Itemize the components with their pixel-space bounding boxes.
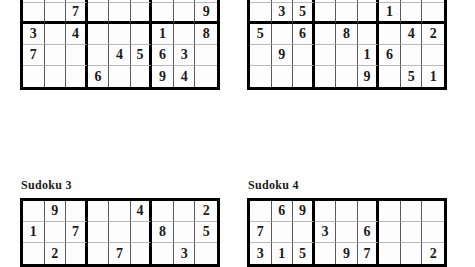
sudoku-4-cell-r3c2: 1 — [272, 243, 294, 264]
sudoku-top-left-cell-r9c7: 9 — [152, 66, 174, 87]
sudoku-4-cell-r1c7 — [379, 201, 401, 222]
sudoku-top-left-cell-r8c8: 3 — [174, 45, 196, 66]
sudoku-top-right-cell-r9c9: 1 — [422, 66, 444, 87]
sudoku-4-cell-r3c6: 7 — [358, 243, 380, 264]
sudoku-3-cell-r1c5 — [109, 201, 131, 222]
sudoku-top-left-cell-r6c5 — [109, 3, 131, 24]
sudoku-3-cell-r3c8: 3 — [174, 243, 196, 264]
sudoku-3-cell-r1c8 — [174, 201, 196, 222]
sudoku-grid-top-right: 35156842916951 — [247, 0, 447, 90]
sudoku-3-cell-r2c7: 8 — [152, 222, 174, 243]
sudoku-top-left-cell-r8c1: 7 — [23, 45, 45, 66]
sudoku-top-left-cell-r9c3 — [66, 66, 88, 87]
sudoku-top-right-cell-r7c4 — [315, 24, 337, 45]
sudoku-top-left-cell-r7c4 — [88, 24, 110, 45]
sudoku-3-cell-r1c4 — [88, 201, 110, 222]
sudoku-4-cell-r2c3 — [293, 222, 315, 243]
sudoku-print-sheet: 79341874563694 35156842916951 Sudoku 3 S… — [0, 0, 475, 267]
sudoku-4-cell-r2c1: 7 — [250, 222, 272, 243]
sudoku-3-cell-r2c8 — [174, 222, 196, 243]
sudoku-4-cell-r3c3: 5 — [293, 243, 315, 264]
sudoku-top-left-cell-r9c8: 4 — [174, 66, 196, 87]
sudoku-4-cell-r1c5 — [336, 201, 358, 222]
sudoku-top-right-cell-r7c1: 5 — [250, 24, 272, 45]
sudoku-top-right-cell-r6c4 — [315, 3, 337, 24]
sudoku-top-left-cell-r8c4 — [88, 45, 110, 66]
sudoku-top-right-cell-r7c9: 2 — [422, 24, 444, 45]
sudoku-4-cell-r2c4: 3 — [315, 222, 337, 243]
sudoku-top-right-cell-r6c1 — [250, 3, 272, 24]
sudoku-top-right-cell-r6c5 — [336, 3, 358, 24]
sudoku-top-right-cell-r9c3 — [293, 66, 315, 87]
sudoku-top-right-cell-r9c4 — [315, 66, 337, 87]
sudoku-top-right-cell-r9c7 — [379, 66, 401, 87]
sudoku-top-right-cell-r7c6 — [358, 24, 380, 45]
sudoku-4-cell-r1c8 — [401, 201, 423, 222]
sudoku-top-left-cell-r7c2 — [45, 24, 67, 45]
sudoku-top-left-cell-r6c7 — [152, 3, 174, 24]
sudoku-3-cell-r3c1 — [23, 243, 45, 264]
sudoku-4-cell-r2c2 — [272, 222, 294, 243]
sudoku-top-right-cell-r9c5 — [336, 66, 358, 87]
sudoku-3-cell-r2c9: 5 — [195, 222, 217, 243]
sudoku-3-label: Sudoku 3 — [21, 178, 72, 193]
sudoku-top-right-cell-r9c8: 5 — [401, 66, 423, 87]
sudoku-3-cell-r2c2 — [45, 222, 67, 243]
sudoku-3-cell-r3c6 — [131, 243, 153, 264]
sudoku-top-right-cell-r7c3: 6 — [293, 24, 315, 45]
sudoku-3-cell-r3c7 — [152, 243, 174, 264]
sudoku-top-left-cell-r6c8 — [174, 3, 196, 24]
sudoku-3-cell-r3c3 — [66, 243, 88, 264]
sudoku-top-right-cell-r7c5: 8 — [336, 24, 358, 45]
sudoku-top-right-cell-r7c8: 4 — [401, 24, 423, 45]
sudoku-4-cell-r2c5 — [336, 222, 358, 243]
sudoku-top-right-cell-r8c4 — [315, 45, 337, 66]
sudoku-top-left-cell-r6c3: 7 — [66, 3, 88, 24]
sudoku-top-right-cell-r8c8 — [401, 45, 423, 66]
sudoku-top-left-cell-r8c3 — [66, 45, 88, 66]
sudoku-top-right-cell-r6c6 — [358, 3, 380, 24]
sudoku-4-cell-r1c1 — [250, 201, 272, 222]
sudoku-top-left-cell-r9c1 — [23, 66, 45, 87]
sudoku-top-right-cell-r9c1 — [250, 66, 272, 87]
sudoku-4-cell-r2c6: 6 — [358, 222, 380, 243]
sudoku-3-cell-r1c7 — [152, 201, 174, 222]
sudoku-4-cell-r1c2: 6 — [272, 201, 294, 222]
sudoku-3-cell-r3c4 — [88, 243, 110, 264]
sudoku-3-cell-r2c1: 1 — [23, 222, 45, 243]
sudoku-top-left-cell-r7c8 — [174, 24, 196, 45]
sudoku-top-left-cell-r6c6 — [131, 3, 153, 24]
sudoku-4-cell-r2c9 — [422, 222, 444, 243]
sudoku-top-left-cell-r7c7: 1 — [152, 24, 174, 45]
sudoku-3-cell-r2c4 — [88, 222, 110, 243]
sudoku-top-left-cell-r7c5 — [109, 24, 131, 45]
sudoku-4-cell-r1c9 — [422, 201, 444, 222]
sudoku-top-left-cell-r9c2 — [45, 66, 67, 87]
sudoku-grid-3: 9421785273 — [20, 198, 220, 267]
sudoku-3-cell-r1c3 — [66, 201, 88, 222]
sudoku-top-right-cell-r6c7: 1 — [379, 3, 401, 24]
sudoku-top-right-cell-r7c2 — [272, 24, 294, 45]
sudoku-top-left-cell-r6c9: 9 — [195, 3, 217, 24]
sudoku-top-right-cell-r9c2 — [272, 66, 294, 87]
sudoku-top-left-cell-r6c4 — [88, 3, 110, 24]
sudoku-4-cell-r3c9: 2 — [422, 243, 444, 264]
sudoku-4-cell-r1c3: 9 — [293, 201, 315, 222]
sudoku-top-right-cell-r6c2: 3 — [272, 3, 294, 24]
sudoku-top-left-cell-r8c9 — [195, 45, 217, 66]
sudoku-3-cell-r2c3: 7 — [66, 222, 88, 243]
sudoku-3-cell-r3c5: 7 — [109, 243, 131, 264]
sudoku-top-left-cell-r8c7: 6 — [152, 45, 174, 66]
sudoku-3-cell-r1c6: 4 — [131, 201, 153, 222]
sudoku-4-cell-r2c8 — [401, 222, 423, 243]
sudoku-top-left-cell-r7c6 — [131, 24, 153, 45]
sudoku-top-right-cell-r8c9 — [422, 45, 444, 66]
sudoku-top-left-cell-r9c6 — [131, 66, 153, 87]
sudoku-4-cell-r2c7 — [379, 222, 401, 243]
sudoku-top-left-cell-r7c3: 4 — [66, 24, 88, 45]
sudoku-3-cell-r1c1 — [23, 201, 45, 222]
sudoku-top-right-cell-r8c5 — [336, 45, 358, 66]
sudoku-top-right-cell-r8c3 — [293, 45, 315, 66]
sudoku-top-left-cell-r6c2 — [45, 3, 67, 24]
sudoku-top-right-cell-r6c9 — [422, 3, 444, 24]
sudoku-top-right-cell-r8c2: 9 — [272, 45, 294, 66]
sudoku-top-left-cell-r6c1 — [23, 3, 45, 24]
sudoku-top-right-cell-r7c7 — [379, 24, 401, 45]
sudoku-4-cell-r3c8 — [401, 243, 423, 264]
sudoku-top-left-cell-r7c9: 8 — [195, 24, 217, 45]
sudoku-4-cell-r3c4 — [315, 243, 337, 264]
sudoku-top-right-cell-r6c8 — [401, 3, 423, 24]
sudoku-top-right-cell-r8c1 — [250, 45, 272, 66]
sudoku-3-cell-r1c9: 2 — [195, 201, 217, 222]
sudoku-top-left-cell-r9c4: 6 — [88, 66, 110, 87]
sudoku-3-cell-r2c5 — [109, 222, 131, 243]
sudoku-4-cell-r3c1: 3 — [250, 243, 272, 264]
sudoku-4-cell-r1c6 — [358, 201, 380, 222]
sudoku-top-left-cell-r7c1: 3 — [23, 24, 45, 45]
sudoku-3-cell-r2c6 — [131, 222, 153, 243]
sudoku-top-right-cell-r9c6: 9 — [358, 66, 380, 87]
sudoku-top-left-cell-r8c6: 5 — [131, 45, 153, 66]
sudoku-4-cell-r3c7 — [379, 243, 401, 264]
sudoku-top-left-cell-r8c2 — [45, 45, 67, 66]
sudoku-top-left-cell-r9c9 — [195, 66, 217, 87]
sudoku-grid-top-left: 79341874563694 — [20, 0, 220, 90]
sudoku-top-right-cell-r8c7: 6 — [379, 45, 401, 66]
sudoku-top-left-cell-r8c5: 4 — [109, 45, 131, 66]
sudoku-4-cell-r1c4 — [315, 201, 337, 222]
sudoku-grid-4: 69736315972 — [247, 198, 447, 267]
sudoku-4-cell-r3c5: 9 — [336, 243, 358, 264]
sudoku-top-left-cell-r9c5 — [109, 66, 131, 87]
sudoku-4-label: Sudoku 4 — [248, 178, 299, 193]
sudoku-3-cell-r1c2: 9 — [45, 201, 67, 222]
sudoku-top-right-cell-r6c3: 5 — [293, 3, 315, 24]
sudoku-top-right-cell-r8c6: 1 — [358, 45, 380, 66]
sudoku-3-cell-r3c9 — [195, 243, 217, 264]
sudoku-3-cell-r3c2: 2 — [45, 243, 67, 264]
